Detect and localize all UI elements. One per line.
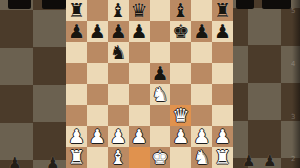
black-rook[interactable]: ♜ [68, 0, 85, 21]
black-bishop[interactable]: ♝ [172, 0, 189, 21]
white-knight[interactable]: ♞ [193, 147, 210, 168]
square-g3[interactable] [191, 105, 212, 126]
square-b2[interactable]: ♟ [87, 126, 108, 147]
square-b6[interactable] [87, 42, 108, 63]
white-pawn[interactable]: ♟ [172, 126, 189, 147]
background-rank-digit: 3 [291, 114, 295, 121]
square-f8[interactable]: ♝ [170, 0, 191, 21]
square-e3[interactable] [150, 105, 171, 126]
square-h4[interactable] [212, 84, 233, 105]
app-window: ♟ ♟ ♟ ♟ 5 4 3 2 ♜♝♛♝♜♟♟♟♟♚♟♟♞♟♞♛♟♟♟♟♟♟♟♜… [0, 0, 300, 168]
black-rook[interactable]: ♜ [214, 0, 231, 21]
square-d6[interactable] [129, 42, 150, 63]
square-e6[interactable] [150, 42, 171, 63]
square-e8[interactable] [150, 0, 171, 21]
background-right-strip: ♟ ♟ 5 4 3 2 [233, 0, 300, 168]
square-a5[interactable] [66, 63, 87, 84]
white-pawn[interactable]: ♟ [193, 126, 210, 147]
square-h6[interactable] [212, 42, 233, 63]
square-f6[interactable] [170, 42, 191, 63]
white-king[interactable]: ♚ [151, 147, 168, 168]
square-c4[interactable] [108, 84, 129, 105]
square-b8[interactable] [87, 0, 108, 21]
square-e7[interactable] [150, 21, 171, 42]
background-pawn-icon: ♟ [263, 154, 276, 168]
white-rook[interactable]: ♜ [68, 147, 85, 168]
square-c6[interactable]: ♞ [108, 42, 129, 63]
square-f7[interactable]: ♚ [170, 21, 191, 42]
background-pawn-icon: ♟ [46, 156, 59, 168]
black-bishop[interactable]: ♝ [110, 0, 127, 21]
white-knight[interactable]: ♞ [151, 84, 168, 105]
square-h8[interactable]: ♜ [212, 0, 233, 21]
square-f5[interactable] [170, 63, 191, 84]
square-f1[interactable] [170, 147, 191, 168]
background-rank-digit: 5 [291, 8, 295, 15]
chess-board[interactable]: ♜♝♛♝♜♟♟♟♟♚♟♟♞♟♞♛♟♟♟♟♟♟♟♜♝♚♞♜ [66, 0, 233, 168]
background-pawn-icon: ♟ [242, 154, 255, 168]
background-rank-digit: 2 [291, 156, 295, 163]
square-a3[interactable] [66, 105, 87, 126]
square-a7[interactable]: ♟ [66, 21, 87, 42]
square-h7[interactable]: ♟ [212, 21, 233, 42]
square-c5[interactable] [108, 63, 129, 84]
square-g2[interactable]: ♟ [191, 126, 212, 147]
square-g4[interactable] [191, 84, 212, 105]
square-h2[interactable]: ♟ [212, 126, 233, 147]
square-e4[interactable]: ♞ [150, 84, 171, 105]
white-pawn[interactable]: ♟ [68, 126, 85, 147]
square-c2[interactable]: ♟ [108, 126, 129, 147]
black-king[interactable]: ♚ [172, 21, 189, 42]
square-g7[interactable]: ♟ [191, 21, 212, 42]
square-f4[interactable] [170, 84, 191, 105]
square-g1[interactable]: ♞ [191, 147, 212, 168]
square-g8[interactable] [191, 0, 212, 21]
white-pawn[interactable]: ♟ [131, 126, 148, 147]
square-c3[interactable] [108, 105, 129, 126]
square-a1[interactable]: ♜ [66, 147, 87, 168]
square-b4[interactable] [87, 84, 108, 105]
black-pawn[interactable]: ♟ [214, 21, 231, 42]
square-g5[interactable] [191, 63, 212, 84]
black-pawn[interactable]: ♟ [193, 21, 210, 42]
square-d3[interactable] [129, 105, 150, 126]
black-pawn[interactable]: ♟ [89, 21, 106, 42]
black-pawn[interactable]: ♟ [110, 21, 127, 42]
square-a8[interactable]: ♜ [66, 0, 87, 21]
square-b1[interactable] [87, 147, 108, 168]
square-h1[interactable]: ♜ [212, 147, 233, 168]
black-knight[interactable]: ♞ [110, 42, 127, 63]
square-b7[interactable]: ♟ [87, 21, 108, 42]
square-d1[interactable] [129, 147, 150, 168]
square-a4[interactable] [66, 84, 87, 105]
square-c7[interactable]: ♟ [108, 21, 129, 42]
background-left-strip: ♟ ♟ [0, 0, 66, 168]
background-rank-digit: 4 [291, 61, 295, 68]
square-d8[interactable]: ♛ [129, 0, 150, 21]
black-queen[interactable]: ♛ [131, 0, 148, 21]
square-b3[interactable] [87, 105, 108, 126]
background-piece-silhouette [8, 0, 31, 9]
white-pawn[interactable]: ♟ [89, 126, 106, 147]
square-d2[interactable]: ♟ [129, 126, 150, 147]
white-pawn[interactable]: ♟ [214, 126, 231, 147]
black-pawn[interactable]: ♟ [131, 21, 148, 42]
square-h3[interactable] [212, 105, 233, 126]
white-rook[interactable]: ♜ [214, 147, 231, 168]
square-f2[interactable]: ♟ [170, 126, 191, 147]
square-e5[interactable]: ♟ [150, 63, 171, 84]
square-e2[interactable] [150, 126, 171, 147]
square-g6[interactable] [191, 42, 212, 63]
square-a6[interactable] [66, 42, 87, 63]
square-e1[interactable]: ♚ [150, 147, 171, 168]
background-piece-silhouette [42, 0, 66, 9]
white-pawn[interactable]: ♟ [110, 126, 127, 147]
black-pawn[interactable]: ♟ [68, 21, 85, 42]
square-c1[interactable]: ♝ [108, 147, 129, 168]
square-h5[interactable] [212, 63, 233, 84]
square-d5[interactable] [129, 63, 150, 84]
square-a2[interactable]: ♟ [66, 126, 87, 147]
square-f3[interactable]: ♛ [170, 105, 191, 126]
black-pawn[interactable]: ♟ [151, 63, 168, 84]
background-pawn-icon: ♟ [8, 156, 21, 168]
square-c8[interactable]: ♝ [108, 0, 129, 21]
background-piece-silhouette [236, 0, 254, 9]
background-piece-silhouette [262, 0, 291, 9]
square-d4[interactable] [129, 84, 150, 105]
square-b5[interactable] [87, 63, 108, 84]
white-queen[interactable]: ♛ [172, 105, 189, 126]
white-bishop[interactable]: ♝ [110, 147, 127, 168]
square-d7[interactable]: ♟ [129, 21, 150, 42]
